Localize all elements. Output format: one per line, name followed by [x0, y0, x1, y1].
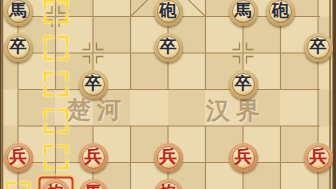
legal-move-marker[interactable]: [43, 108, 68, 133]
hint-corner-icon: [57, 13, 68, 24]
hint-corner-icon: [43, 86, 54, 97]
hint-corner-icon: [43, 122, 54, 133]
hint-corner-icon: [57, 35, 68, 46]
legal-move-marker[interactable]: [43, 35, 68, 60]
xiangqi-board: 楚河 汉界 馬砲馬砲卒卒卒卒卒兵兵兵兵兵炮馬炮: [0, 0, 336, 189]
hint-corner-icon: [57, 86, 68, 97]
hint-corner-icon: [43, 35, 54, 46]
legal-move-marker[interactable]: [43, 72, 68, 97]
move-hint-overlay: [0, 0, 336, 189]
hint-corner-icon: [43, 108, 54, 119]
hint-corner-icon: [20, 181, 31, 189]
hint-corner-icon: [57, 0, 68, 10]
hint-corner-icon: [43, 0, 54, 10]
hint-corner-icon: [43, 72, 54, 83]
legal-move-marker[interactable]: [43, 145, 68, 170]
hint-corner-icon: [57, 108, 68, 119]
legal-move-marker[interactable]: [43, 0, 68, 24]
hint-corner-icon: [57, 72, 68, 83]
hint-corner-icon: [43, 13, 54, 24]
hint-corner-icon: [43, 145, 54, 156]
hint-corner-icon: [6, 181, 17, 189]
hint-corner-icon: [57, 49, 68, 60]
hint-corner-icon: [57, 122, 68, 133]
selected-piece-frame: [38, 176, 73, 189]
legal-move-marker[interactable]: [6, 181, 31, 189]
hint-corner-icon: [57, 159, 68, 170]
hint-corner-icon: [43, 49, 54, 60]
hint-corner-icon: [57, 145, 68, 156]
hint-corner-icon: [43, 159, 54, 170]
